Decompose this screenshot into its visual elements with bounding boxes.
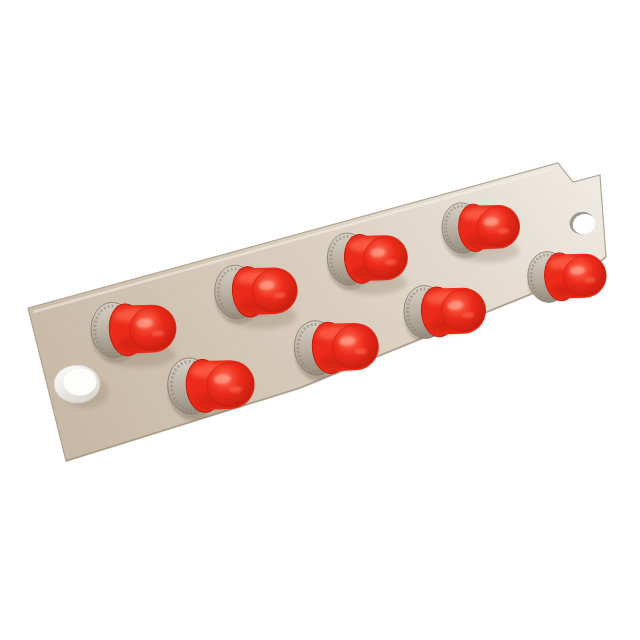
product-photo-svg [0,0,640,640]
product-photo [0,0,640,640]
thumbscrew [54,365,100,403]
